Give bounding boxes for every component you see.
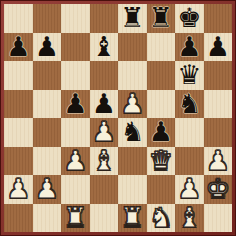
square-f1[interactable]: ♞ xyxy=(147,204,176,233)
square-b7[interactable]: ♟ xyxy=(33,33,62,62)
square-c7[interactable] xyxy=(61,33,90,62)
white-pawn-c3[interactable]: ♟ xyxy=(63,147,87,175)
square-a8[interactable] xyxy=(4,4,33,33)
white-bishop-d3[interactable]: ♝ xyxy=(92,147,116,175)
square-g6[interactable]: ♛ xyxy=(175,61,204,90)
square-a3[interactable] xyxy=(4,147,33,176)
white-pawn-d4[interactable]: ♟ xyxy=(92,118,116,146)
square-e5[interactable]: ♟ xyxy=(118,90,147,119)
square-d7[interactable]: ♝ xyxy=(90,33,119,62)
square-e2[interactable] xyxy=(118,175,147,204)
square-h7[interactable]: ♟ xyxy=(204,33,233,62)
black-knight-e4[interactable]: ♞ xyxy=(120,118,144,146)
square-b2[interactable]: ♟ xyxy=(33,175,62,204)
square-d5[interactable]: ♟ xyxy=(90,90,119,119)
square-c5[interactable]: ♟ xyxy=(61,90,90,119)
white-rook-c1[interactable]: ♜ xyxy=(63,204,87,232)
square-h2[interactable]: ♚ xyxy=(204,175,233,204)
white-pawn-b2[interactable]: ♟ xyxy=(35,175,59,203)
white-pawn-a2[interactable]: ♟ xyxy=(6,175,30,203)
square-e8[interactable]: ♜ xyxy=(118,4,147,33)
square-b6[interactable] xyxy=(33,61,62,90)
chess-board: ♜♜♚♟♟♝♟♟♛♟♟♟♞♟♞♟♟♝♛♟♟♟♟♚♜♜♞♝ xyxy=(4,4,232,232)
black-pawn-b7[interactable]: ♟ xyxy=(35,33,59,61)
white-pawn-h3[interactable]: ♟ xyxy=(206,147,230,175)
black-pawn-h7[interactable]: ♟ xyxy=(206,33,230,61)
square-a1[interactable] xyxy=(4,204,33,233)
square-f2[interactable] xyxy=(147,175,176,204)
black-bishop-d7[interactable]: ♝ xyxy=(92,33,116,61)
square-g3[interactable] xyxy=(175,147,204,176)
square-c1[interactable]: ♜ xyxy=(61,204,90,233)
square-e7[interactable] xyxy=(118,33,147,62)
black-pawn-g7[interactable]: ♟ xyxy=(177,33,201,61)
square-c8[interactable] xyxy=(61,4,90,33)
black-pawn-f4[interactable]: ♟ xyxy=(149,118,173,146)
square-c4[interactable] xyxy=(61,118,90,147)
square-a4[interactable] xyxy=(4,118,33,147)
square-e1[interactable]: ♜ xyxy=(118,204,147,233)
square-d2[interactable] xyxy=(90,175,119,204)
square-h4[interactable] xyxy=(204,118,233,147)
square-g8[interactable]: ♚ xyxy=(175,4,204,33)
square-a7[interactable]: ♟ xyxy=(4,33,33,62)
square-d3[interactable]: ♝ xyxy=(90,147,119,176)
square-a5[interactable] xyxy=(4,90,33,119)
square-h8[interactable] xyxy=(204,4,233,33)
square-h5[interactable] xyxy=(204,90,233,119)
square-c6[interactable] xyxy=(61,61,90,90)
square-d8[interactable] xyxy=(90,4,119,33)
square-b5[interactable] xyxy=(33,90,62,119)
square-g5[interactable]: ♞ xyxy=(175,90,204,119)
square-g1[interactable]: ♝ xyxy=(175,204,204,233)
square-e3[interactable] xyxy=(118,147,147,176)
square-b8[interactable] xyxy=(33,4,62,33)
square-h3[interactable]: ♟ xyxy=(204,147,233,176)
black-pawn-d5[interactable]: ♟ xyxy=(92,90,116,118)
square-f4[interactable]: ♟ xyxy=(147,118,176,147)
square-f5[interactable] xyxy=(147,90,176,119)
black-pawn-a7[interactable]: ♟ xyxy=(6,33,30,61)
square-e4[interactable]: ♞ xyxy=(118,118,147,147)
black-rook-e8[interactable]: ♜ xyxy=(120,4,144,32)
square-e6[interactable] xyxy=(118,61,147,90)
square-a2[interactable]: ♟ xyxy=(4,175,33,204)
square-g2[interactable]: ♟ xyxy=(175,175,204,204)
square-h6[interactable] xyxy=(204,61,233,90)
black-rook-f8[interactable]: ♜ xyxy=(149,4,173,32)
square-f3[interactable]: ♛ xyxy=(147,147,176,176)
square-d4[interactable]: ♟ xyxy=(90,118,119,147)
black-queen-g6[interactable]: ♛ xyxy=(177,61,201,89)
black-knight-g5[interactable]: ♞ xyxy=(177,90,201,118)
square-f7[interactable] xyxy=(147,33,176,62)
square-d6[interactable] xyxy=(90,61,119,90)
square-c2[interactable] xyxy=(61,175,90,204)
square-f6[interactable] xyxy=(147,61,176,90)
square-a6[interactable] xyxy=(4,61,33,90)
square-h1[interactable] xyxy=(204,204,233,233)
black-pawn-c5[interactable]: ♟ xyxy=(63,90,87,118)
square-b4[interactable] xyxy=(33,118,62,147)
square-g7[interactable]: ♟ xyxy=(175,33,204,62)
white-queen-f3[interactable]: ♛ xyxy=(149,147,173,175)
square-d1[interactable] xyxy=(90,204,119,233)
square-b1[interactable] xyxy=(33,204,62,233)
white-knight-f1[interactable]: ♞ xyxy=(149,204,173,232)
square-g4[interactable] xyxy=(175,118,204,147)
chess-board-frame: ♜♜♚♟♟♝♟♟♛♟♟♟♞♟♞♟♟♝♛♟♟♟♟♚♜♜♞♝ xyxy=(0,0,236,236)
square-b3[interactable] xyxy=(33,147,62,176)
white-pawn-e5[interactable]: ♟ xyxy=(120,90,144,118)
white-pawn-g2[interactable]: ♟ xyxy=(177,175,201,203)
white-rook-e1[interactable]: ♜ xyxy=(120,204,144,232)
square-c3[interactable]: ♟ xyxy=(61,147,90,176)
black-king-g8[interactable]: ♚ xyxy=(177,4,201,32)
white-king-h2[interactable]: ♚ xyxy=(206,175,230,203)
white-bishop-g1[interactable]: ♝ xyxy=(177,204,201,232)
square-f8[interactable]: ♜ xyxy=(147,4,176,33)
